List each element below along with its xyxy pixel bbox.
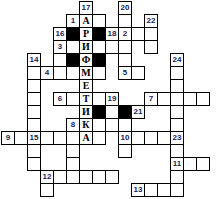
empty-cell-r14c13[interactable] [170, 183, 184, 197]
number-cell-14: 14 [27, 53, 41, 67]
empty-cell-r14c11[interactable] [144, 183, 158, 197]
empty-cell-r9c7[interactable] [92, 118, 106, 132]
clue-number: 19 [108, 95, 117, 103]
number-cell-6: 6 [53, 92, 67, 106]
empty-cell-r1c9[interactable] [118, 14, 132, 28]
letter-glyph: Е [83, 81, 90, 91]
letter-glyph: Ф [82, 55, 91, 65]
empty-cell-r10c3[interactable] [40, 131, 54, 145]
empty-cell-r8c2[interactable] [27, 105, 41, 119]
empty-cell-r7c13[interactable] [170, 92, 184, 106]
empty-cell-r7c5[interactable] [66, 92, 80, 106]
clue-number: 23 [173, 134, 182, 142]
empty-cell-r10c12[interactable] [157, 131, 171, 145]
empty-cell-r13c5[interactable] [66, 170, 80, 184]
clue-number: 16 [56, 30, 65, 38]
letter-cell-М-r5c6[interactable]: М [79, 66, 93, 80]
empty-cell-r2c10[interactable] [131, 27, 145, 41]
clue-number: 21 [134, 108, 143, 116]
number-cell-20: 20 [118, 1, 132, 15]
crossword-board: 17201А2216Р1823И14Ф244М5Е6Т197И218К915А1… [0, 0, 216, 199]
letter-glyph: Р [83, 29, 89, 39]
empty-cell-r2c11[interactable] [144, 27, 158, 41]
number-cell-2: 2 [118, 27, 132, 41]
empty-cell-r10c5[interactable] [66, 131, 80, 145]
letter-cell-Р-r2c6[interactable]: Р [79, 27, 93, 41]
empty-cell-r11c5[interactable] [66, 144, 80, 158]
clue-number: 20 [121, 4, 130, 12]
empty-cell-r4c4[interactable] [53, 53, 67, 67]
empty-cell-r3c5[interactable] [66, 40, 80, 54]
empty-cell-r3c8[interactable] [105, 40, 119, 54]
empty-cell-r6c13[interactable] [170, 79, 184, 93]
black-cell-r8c7 [92, 105, 106, 119]
empty-cell-r7c7[interactable] [92, 92, 106, 106]
number-cell-19: 19 [105, 92, 119, 106]
clue-number: 10 [121, 134, 130, 142]
empty-cell-r8c8[interactable] [105, 105, 119, 119]
number-cell-18: 18 [105, 27, 119, 41]
clue-number: 22 [147, 17, 156, 25]
empty-cell-r12c5[interactable] [66, 157, 80, 171]
empty-cell-r11c2[interactable] [27, 144, 41, 158]
empty-cell-r10c4[interactable] [53, 131, 67, 145]
clue-number: 8 [71, 121, 75, 129]
empty-cell-r5c4[interactable] [53, 66, 67, 80]
black-cell-r2c7 [92, 27, 106, 41]
empty-cell-r9c2[interactable] [27, 118, 41, 132]
clue-number: 4 [45, 69, 49, 77]
empty-cell-r3c7[interactable] [92, 40, 106, 54]
black-cell-r8c9 [118, 105, 132, 119]
clue-number: 9 [6, 134, 10, 142]
empty-cell-r11c9[interactable] [118, 144, 132, 158]
clue-number: 18 [108, 30, 117, 38]
empty-cell-r4c9[interactable] [118, 53, 132, 67]
empty-cell-r3c11[interactable] [144, 40, 158, 54]
empty-cell-r5c5[interactable] [66, 66, 80, 80]
clue-number: 14 [30, 56, 39, 64]
empty-cell-r6c2[interactable] [27, 79, 41, 93]
number-cell-17: 17 [79, 1, 93, 15]
empty-cell-r13c6[interactable] [79, 170, 93, 184]
letter-glyph: М [81, 68, 90, 78]
number-cell-15: 15 [27, 131, 41, 145]
letter-cell-К-r9c6[interactable]: К [79, 118, 93, 132]
letter-glyph: К [82, 120, 89, 130]
clue-number: 24 [173, 56, 182, 64]
number-cell-7: 7 [144, 92, 158, 106]
letter-cell-Ф-r4c6[interactable]: Ф [79, 53, 93, 67]
letter-cell-И-r8c6[interactable]: И [79, 105, 93, 119]
clue-number: 13 [134, 186, 143, 194]
letter-cell-И-r3c6[interactable]: И [79, 40, 93, 54]
empty-cell-r1c7[interactable] [92, 14, 106, 28]
empty-cell-r11c13[interactable] [170, 144, 184, 158]
empty-cell-r5c7[interactable] [92, 66, 106, 80]
clue-number: 1 [71, 17, 75, 25]
crossword-screenshot: 17201А2216Р1823И14Ф244М5Е6Т197И218К915А1… [0, 0, 216, 199]
letter-glyph: И [82, 107, 90, 117]
number-cell-11: 11 [170, 157, 184, 171]
clue-number: 5 [123, 69, 127, 77]
letter-cell-Т-r7c6[interactable]: Т [79, 92, 93, 106]
empty-cell-r9c13[interactable] [170, 118, 184, 132]
empty-cell-r12c15[interactable] [196, 157, 210, 171]
number-cell-10: 10 [118, 131, 132, 145]
clue-number: 17 [82, 4, 91, 12]
clue-number: 12 [43, 173, 52, 181]
clue-number: 15 [30, 134, 39, 142]
number-cell-1: 1 [66, 14, 80, 28]
number-cell-4: 4 [40, 66, 54, 80]
empty-cell-r8c13[interactable] [170, 105, 184, 119]
clue-number: 7 [149, 95, 153, 103]
empty-cell-r5c13[interactable] [170, 66, 184, 80]
clue-number: 2 [123, 30, 127, 38]
letter-glyph: Т [83, 94, 90, 104]
number-cell-23: 23 [170, 131, 184, 145]
number-cell-21: 21 [131, 105, 145, 119]
empty-cell-r13c4[interactable] [53, 170, 67, 184]
empty-cell-r12c2[interactable] [27, 157, 41, 171]
letter-cell-А-r10c6[interactable]: А [79, 131, 93, 145]
number-cell-5: 5 [118, 66, 132, 80]
clue-number: 3 [58, 43, 62, 51]
empty-cell-r10c11[interactable] [144, 131, 158, 145]
empty-cell-r14c12[interactable] [157, 183, 171, 197]
empty-cell-r13c7[interactable] [92, 170, 106, 184]
number-cell-3: 3 [53, 40, 67, 54]
empty-cell-r7c2[interactable] [27, 92, 41, 106]
letter-glyph: А [82, 133, 89, 143]
empty-cell-r12c14[interactable] [183, 157, 197, 171]
empty-cell-r10c10[interactable] [131, 131, 145, 145]
empty-cell-r10c7[interactable] [92, 131, 106, 145]
black-cell-r4c5 [66, 53, 80, 67]
empty-cell-r5c2[interactable] [27, 66, 41, 80]
number-cell-8: 8 [66, 118, 80, 132]
clue-number: 6 [58, 95, 62, 103]
empty-cell-r7c15[interactable] [196, 92, 210, 106]
empty-cell-r10c1[interactable] [14, 131, 28, 145]
empty-cell-r13c13[interactable] [170, 170, 184, 184]
empty-cell-r9c8[interactable] [105, 118, 119, 132]
number-cell-9: 9 [1, 131, 15, 145]
number-cell-22: 22 [144, 14, 158, 28]
number-cell-13: 13 [131, 183, 145, 197]
empty-cell-r9c9[interactable] [118, 118, 132, 132]
black-cell-r2c5 [66, 27, 80, 41]
empty-cell-r7c14[interactable] [183, 92, 197, 106]
empty-cell-r3c9[interactable] [118, 40, 132, 54]
number-cell-12: 12 [40, 170, 54, 184]
number-cell-24: 24 [170, 53, 184, 67]
black-cell-r4c7 [92, 53, 106, 67]
letter-cell-Е-r6c6[interactable]: Е [79, 79, 93, 93]
letter-glyph: А [82, 16, 89, 26]
empty-cell-r13c8[interactable] [105, 170, 119, 184]
letter-glyph: И [82, 42, 90, 52]
empty-cell-r14c3[interactable] [40, 183, 54, 197]
clue-number: 11 [173, 160, 181, 168]
letter-cell-А-r1c6[interactable]: А [79, 14, 93, 28]
empty-cell-r5c10[interactable] [131, 66, 145, 80]
number-cell-16: 16 [53, 27, 67, 41]
empty-cell-r7c12[interactable] [157, 92, 171, 106]
